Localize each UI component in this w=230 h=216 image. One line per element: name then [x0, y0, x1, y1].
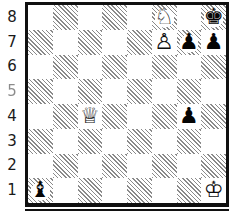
- square-h7[interactable]: ♟: [201, 30, 226, 55]
- square-d8[interactable]: [102, 5, 127, 30]
- square-h8[interactable]: ♚: [201, 5, 226, 30]
- square-b7[interactable]: [53, 30, 78, 55]
- square-h4[interactable]: [201, 104, 226, 129]
- square-d7[interactable]: [102, 30, 127, 55]
- square-d2[interactable]: [102, 154, 127, 179]
- square-c6[interactable]: [78, 55, 103, 80]
- square-e8[interactable]: [127, 5, 152, 30]
- square-e7[interactable]: [127, 30, 152, 55]
- square-g2[interactable]: [177, 154, 202, 179]
- square-e2[interactable]: [127, 154, 152, 179]
- square-b4[interactable]: [53, 104, 78, 129]
- square-d5[interactable]: [102, 79, 127, 104]
- square-f1[interactable]: [152, 178, 177, 203]
- square-h6[interactable]: [201, 55, 226, 80]
- square-b3[interactable]: [53, 129, 78, 154]
- square-f6[interactable]: [152, 55, 177, 80]
- board-grid: ♘♚♙♟♟♕♟♝♔: [28, 5, 226, 203]
- square-c4[interactable]: ♕: [78, 104, 103, 129]
- square-a1[interactable]: ♝: [28, 178, 53, 203]
- rank-label-8: 8: [2, 5, 22, 30]
- piece-black-king-h8[interactable]: ♚: [201, 5, 226, 30]
- square-c7[interactable]: [78, 30, 103, 55]
- square-f4[interactable]: [152, 104, 177, 129]
- square-a4[interactable]: [28, 104, 53, 129]
- square-h3[interactable]: [201, 129, 226, 154]
- square-d1[interactable]: [102, 178, 127, 203]
- piece-white-queen-c4[interactable]: ♕: [78, 104, 103, 129]
- square-g7[interactable]: ♟: [177, 30, 202, 55]
- square-g5[interactable]: [177, 79, 202, 104]
- piece-black-bishop-a1[interactable]: ♝: [28, 178, 53, 203]
- square-f2[interactable]: [152, 154, 177, 179]
- square-b8[interactable]: [53, 5, 78, 30]
- square-c1[interactable]: [78, 178, 103, 203]
- square-f8[interactable]: ♘: [152, 5, 177, 30]
- square-c3[interactable]: [78, 129, 103, 154]
- square-e3[interactable]: [127, 129, 152, 154]
- square-a6[interactable]: [28, 55, 53, 80]
- rank-label-4: 4: [2, 104, 22, 129]
- square-b6[interactable]: [53, 55, 78, 80]
- square-c8[interactable]: [78, 5, 103, 30]
- square-b2[interactable]: [53, 154, 78, 179]
- square-e1[interactable]: [127, 178, 152, 203]
- rank-labels: 87654321: [2, 5, 22, 203]
- piece-black-pawn-g7[interactable]: ♟: [177, 30, 202, 55]
- square-g1[interactable]: [177, 178, 202, 203]
- square-a7[interactable]: [28, 30, 53, 55]
- square-a2[interactable]: [28, 154, 53, 179]
- square-a3[interactable]: [28, 129, 53, 154]
- square-g8[interactable]: [177, 5, 202, 30]
- square-h5[interactable]: [201, 79, 226, 104]
- square-g4[interactable]: ♟: [177, 104, 202, 129]
- rank-label-7: 7: [2, 30, 22, 55]
- square-f7[interactable]: ♙: [152, 30, 177, 55]
- chess-board: ♘♚♙♟♟♕♟♝♔: [25, 2, 229, 207]
- square-d4[interactable]: [102, 104, 127, 129]
- square-e6[interactable]: [127, 55, 152, 80]
- rank-label-6: 6: [2, 55, 22, 80]
- square-g3[interactable]: [177, 129, 202, 154]
- square-a5[interactable]: [28, 79, 53, 104]
- square-e5[interactable]: [127, 79, 152, 104]
- square-a8[interactable]: [28, 5, 53, 30]
- square-e4[interactable]: [127, 104, 152, 129]
- square-g6[interactable]: [177, 55, 202, 80]
- square-c2[interactable]: [78, 154, 103, 179]
- chess-diagram: 87654321 ♘♚♙♟♟♕♟♝♔: [0, 0, 230, 216]
- rank-label-5: 5: [2, 79, 22, 104]
- square-d6[interactable]: [102, 55, 127, 80]
- piece-white-king-h1[interactable]: ♔: [201, 178, 226, 203]
- square-h1[interactable]: ♔: [201, 178, 226, 203]
- rank-label-1: 1: [2, 178, 22, 203]
- piece-white-knight-f8[interactable]: ♘: [152, 5, 177, 30]
- piece-white-pawn-f7[interactable]: ♙: [152, 30, 177, 55]
- square-f3[interactable]: [152, 129, 177, 154]
- square-c5[interactable]: [78, 79, 103, 104]
- rank-label-2: 2: [2, 154, 22, 179]
- square-d3[interactable]: [102, 129, 127, 154]
- square-f5[interactable]: [152, 79, 177, 104]
- square-b5[interactable]: [53, 79, 78, 104]
- square-b1[interactable]: [53, 178, 78, 203]
- square-h2[interactable]: [201, 154, 226, 179]
- rank-label-3: 3: [2, 129, 22, 154]
- piece-black-pawn-h7[interactable]: ♟: [201, 30, 226, 55]
- piece-black-pawn-g4[interactable]: ♟: [177, 104, 202, 129]
